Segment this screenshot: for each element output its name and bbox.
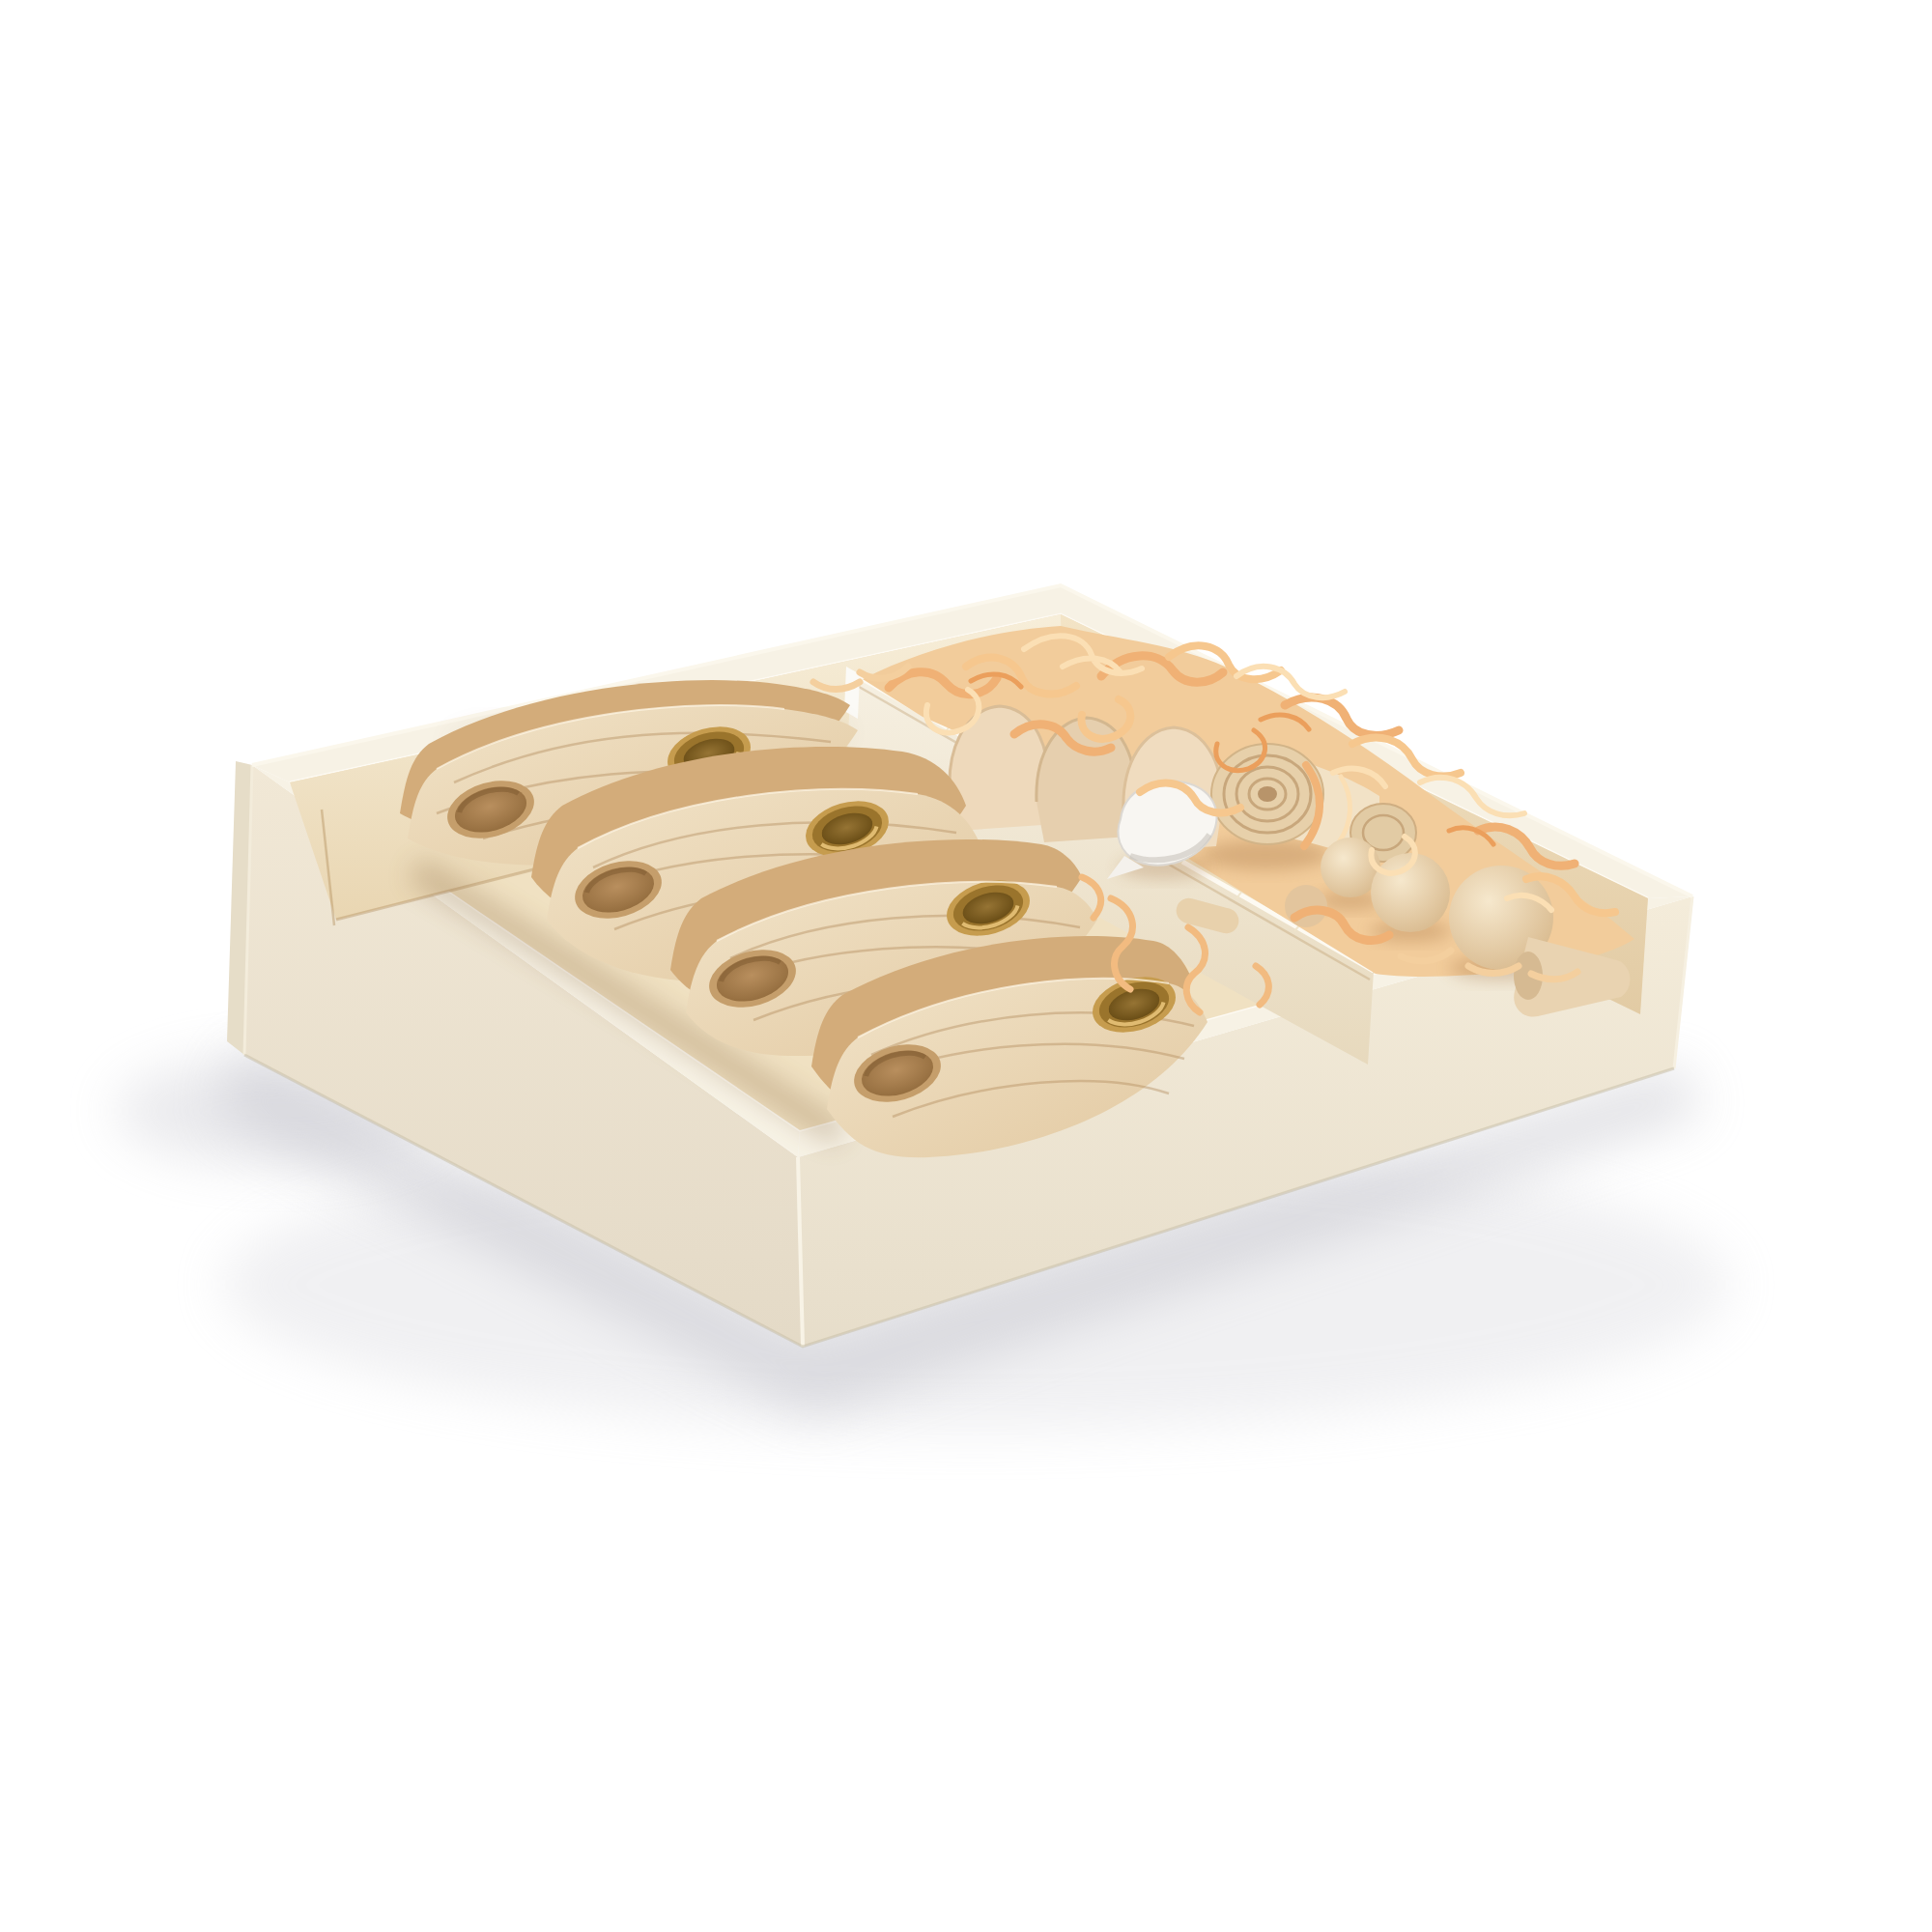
product-photo: Overhead product photo: square cream-pai… xyxy=(0,0,1932,1932)
product-photo-stage: Overhead product photo: square cream-pai… xyxy=(0,0,1932,1932)
spool-hub xyxy=(1258,786,1277,802)
